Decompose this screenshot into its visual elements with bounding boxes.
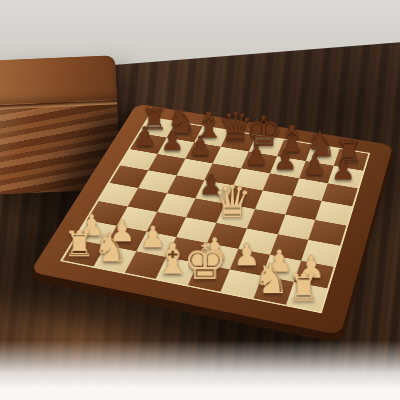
chess-board: ♜♞♝♛♚♝♞♜♟♟♟♟♟♟♟♟♛♟♟♟♟♟♟♟♜♞♝♚♞♜ bbox=[30, 104, 393, 335]
piece-black-pawn[interactable]: ♟ bbox=[158, 108, 187, 155]
bottom-fade bbox=[0, 340, 400, 400]
board-wrap: ♜♞♝♛♚♝♞♜♟♟♟♟♟♟♟♟♛♟♟♟♟♟♟♟♜♞♝♚♞♜ bbox=[79, 58, 371, 350]
piece-black-pawn[interactable]: ♟ bbox=[130, 103, 159, 150]
piece-black-pawn[interactable]: ♟ bbox=[270, 126, 300, 174]
piece-black-pawn[interactable]: ♟ bbox=[328, 135, 358, 184]
piece-white-knight[interactable]: ♞ bbox=[253, 244, 287, 300]
piece-black-pawn[interactable]: ♟ bbox=[241, 121, 271, 169]
piece-white-knight[interactable]: ♞ bbox=[93, 214, 126, 268]
piece-white-king[interactable]: ♚ bbox=[188, 232, 222, 287]
piece-white-rook[interactable]: ♜ bbox=[287, 250, 322, 306]
piece-black-pawn[interactable]: ♟ bbox=[299, 131, 329, 180]
piece-white-rook[interactable]: ♜ bbox=[63, 208, 96, 261]
